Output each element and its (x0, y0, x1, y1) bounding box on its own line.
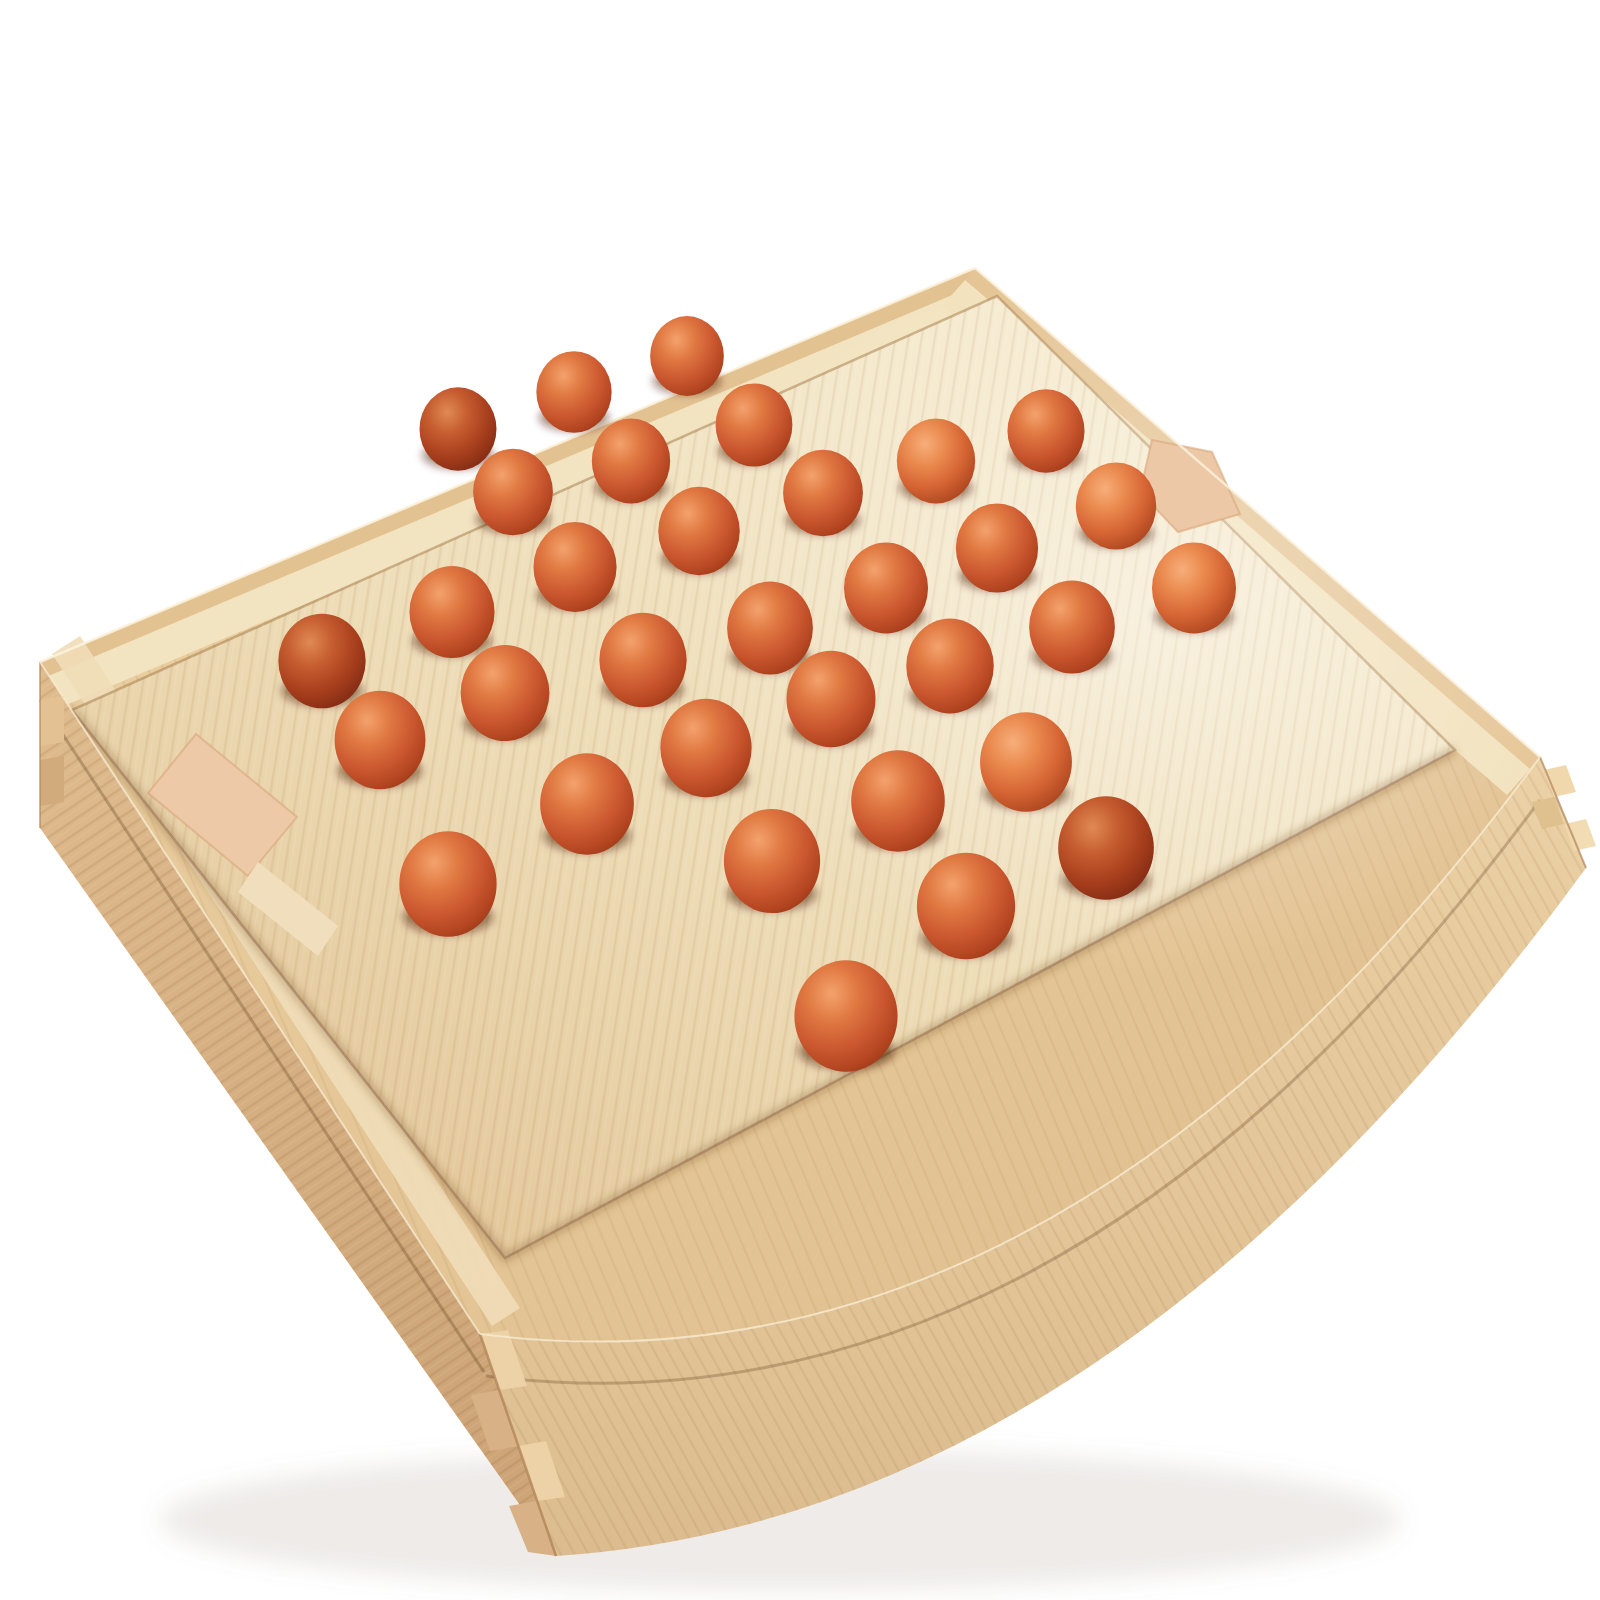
ball-r0c3 (536, 351, 611, 433)
ball-r4c1 (1029, 581, 1115, 674)
ball-r3c3 (727, 582, 813, 675)
ball-r4c2 (906, 619, 994, 714)
ball-r1c4 (473, 449, 553, 535)
ball-r2c6 (278, 614, 365, 709)
ball-r4c3 (786, 651, 875, 747)
ball-r2c2 (783, 450, 863, 536)
ball-r1c2 (716, 383, 793, 466)
ball-r3c0 (1076, 462, 1156, 549)
ball-r6c2 (1058, 796, 1154, 900)
ball-r3c4 (599, 613, 686, 707)
ball-r4c6 (399, 831, 496, 936)
ball-r4c0 (1152, 542, 1236, 633)
ball-r3c2 (844, 542, 928, 633)
solitaire-product-photo: Wooden peg solitaire (brainvita) board g… (0, 0, 1600, 1600)
ball-r3c6 (335, 691, 426, 789)
ball-r2c0 (1007, 389, 1084, 472)
ball-r6c4 (794, 960, 897, 1072)
ball-r4c4 (660, 699, 751, 798)
ball-r3c1 (956, 503, 1038, 592)
ball-r2c3 (658, 487, 740, 575)
ball-r3c5 (461, 645, 550, 741)
ball-r0c2 (650, 316, 724, 396)
ball-r5c3 (851, 750, 945, 851)
ball-r4c5 (540, 753, 634, 854)
ball-r5c4 (724, 809, 820, 913)
ball-r2c4 (533, 522, 616, 612)
ball-r6c3 (917, 853, 1015, 959)
ball-r0c4 (420, 387, 497, 470)
ball-r5c2 (980, 712, 1072, 811)
ball-r1c3 (592, 419, 670, 504)
ball-r2c1 (897, 419, 975, 504)
ball-r2c5 (409, 566, 494, 658)
